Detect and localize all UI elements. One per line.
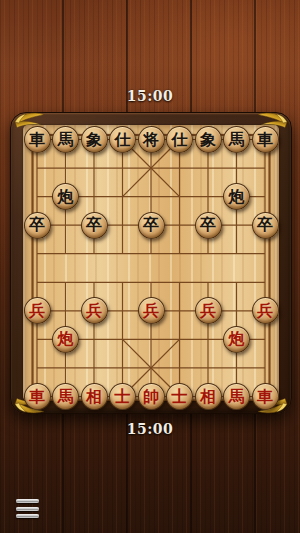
piece-red[interactable]: 士	[166, 383, 193, 410]
piece-red[interactable]: 相	[81, 383, 108, 410]
player-timer: 15:00	[0, 421, 300, 437]
menu-bar	[16, 514, 39, 518]
piece-black[interactable]: 馬	[52, 126, 79, 153]
piece-red[interactable]: 炮	[52, 326, 79, 353]
piece-black[interactable]: 象	[195, 126, 222, 153]
menu-bar	[16, 507, 39, 511]
piece-red[interactable]: 車	[24, 383, 51, 410]
piece-red[interactable]: 馬	[223, 383, 250, 410]
piece-red[interactable]: 相	[195, 383, 222, 410]
hamburger-menu-icon[interactable]	[16, 499, 39, 518]
piece-black[interactable]: 卒	[138, 212, 165, 239]
piece-black[interactable]: 卒	[81, 212, 108, 239]
piece-black[interactable]: 車	[24, 126, 51, 153]
menu-bar	[16, 499, 39, 503]
piece-black[interactable]: 卒	[195, 212, 222, 239]
piece-red[interactable]: 車	[252, 383, 279, 410]
piece-black[interactable]: 将	[138, 126, 165, 153]
piece-red[interactable]: 兵	[138, 297, 165, 324]
piece-red[interactable]: 兵	[81, 297, 108, 324]
piece-black[interactable]: 仕	[109, 126, 136, 153]
piece-red[interactable]: 兵	[195, 297, 222, 324]
opponent-timer: 15:00	[0, 88, 300, 104]
piece-red[interactable]: 炮	[223, 326, 250, 353]
piece-black[interactable]: 炮	[223, 183, 250, 210]
piece-black[interactable]: 車	[252, 126, 279, 153]
piece-red[interactable]: 兵	[24, 297, 51, 324]
piece-black[interactable]: 象	[81, 126, 108, 153]
xiangqi-board[interactable]: 車馬象仕将仕象馬車炮炮卒卒卒卒卒兵兵兵兵兵炮炮車馬相士帥士相馬車	[10, 112, 292, 414]
piece-red[interactable]: 兵	[252, 297, 279, 324]
board-surface[interactable]: 車馬象仕将仕象馬車炮炮卒卒卒卒卒兵兵兵兵兵炮炮車馬相士帥士相馬車	[23, 125, 279, 401]
piece-red[interactable]: 馬	[52, 383, 79, 410]
board-grid-lines	[23, 125, 279, 401]
piece-black[interactable]: 卒	[252, 212, 279, 239]
piece-black[interactable]: 卒	[24, 212, 51, 239]
piece-red[interactable]: 士	[109, 383, 136, 410]
piece-red[interactable]: 帥	[138, 383, 165, 410]
piece-black[interactable]: 炮	[52, 183, 79, 210]
piece-black[interactable]: 馬	[223, 126, 250, 153]
piece-black[interactable]: 仕	[166, 126, 193, 153]
